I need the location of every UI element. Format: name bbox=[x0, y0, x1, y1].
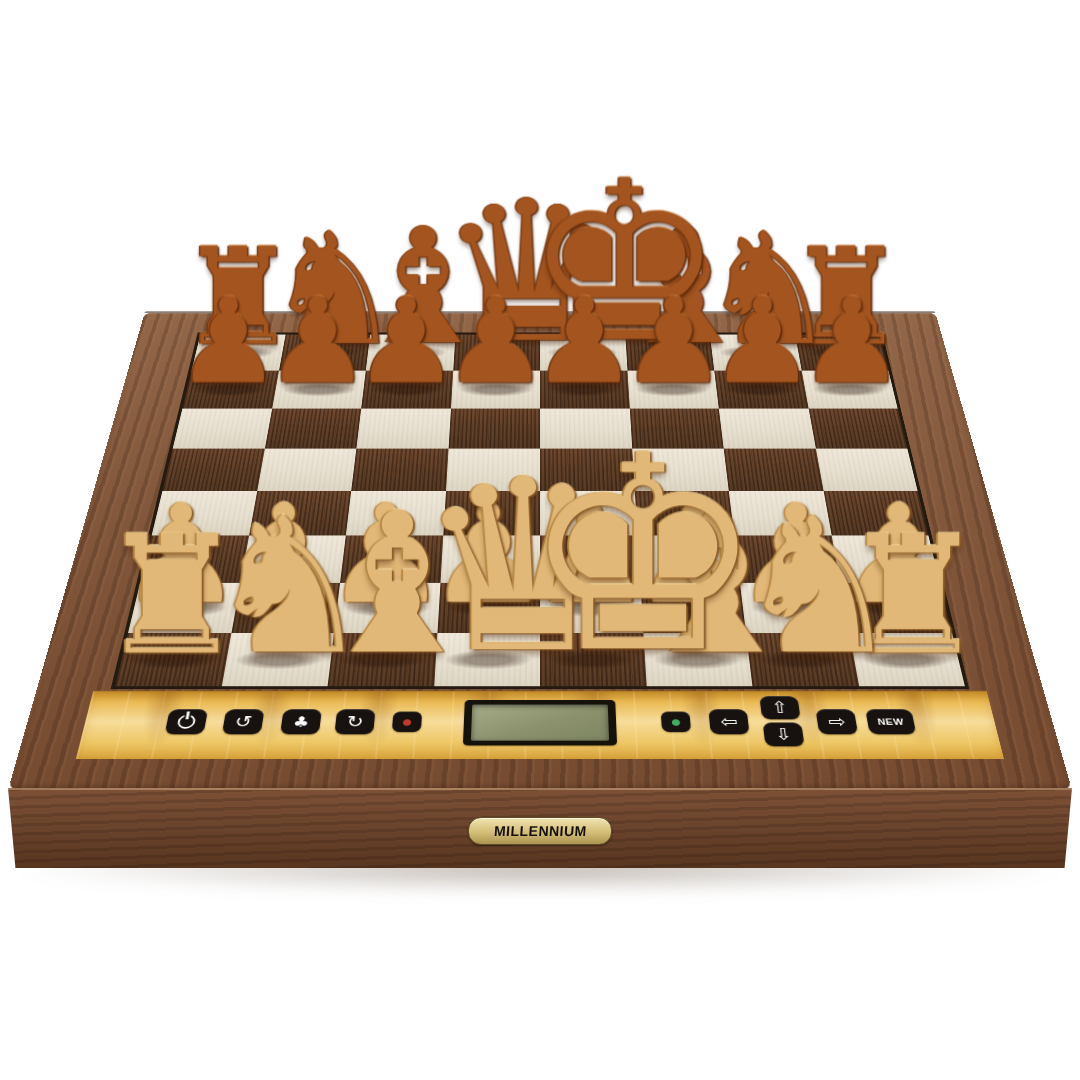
arrow-right-icon: ⇨ bbox=[827, 713, 847, 729]
arrow-left-icon: ⇦ bbox=[719, 713, 738, 729]
record-button[interactable]: ● bbox=[392, 711, 422, 731]
brand-label: MILLENNIUM bbox=[493, 823, 587, 839]
power-button[interactable] bbox=[165, 709, 208, 734]
forward-icon: ↻ bbox=[346, 713, 365, 729]
record-icon: ● bbox=[402, 717, 412, 726]
tree-button[interactable]: ♣ bbox=[280, 709, 322, 734]
white-king-e1[interactable]: ♚ bbox=[522, 420, 664, 690]
ok-icon: ● bbox=[671, 717, 681, 726]
scene: ↺♣↻●●⇦⇧⇩⇨NEW ♜♞♝♛♚♝♞♜♟♟♟♟♟♟♟♟♟♟♟♟♟♟♟♟♜♞♝… bbox=[0, 0, 1080, 1080]
takeback-icon: ↺ bbox=[233, 713, 253, 729]
board-plane: ↺♣↻●●⇦⇧⇩⇨NEW ♜♞♝♛♚♝♞♜♟♟♟♟♟♟♟♟♟♟♟♟♟♟♟♟♜♞♝… bbox=[8, 313, 1072, 790]
forward-button[interactable]: ↻ bbox=[334, 709, 375, 734]
arrow-down-button[interactable]: ⇩ bbox=[763, 722, 805, 746]
control-panel: ↺♣↻●●⇦⇧⇩⇨NEW bbox=[76, 691, 1004, 759]
takeback-button[interactable]: ↺ bbox=[222, 709, 265, 734]
power-icon bbox=[176, 715, 196, 729]
arrow-right-button[interactable]: ⇨ bbox=[815, 709, 858, 734]
lcd-bezel bbox=[463, 700, 617, 746]
arrow-up-button[interactable]: ⇧ bbox=[759, 696, 800, 719]
cabinet-front-face: MILLENNIUM bbox=[8, 788, 1072, 868]
ok-button[interactable]: ● bbox=[661, 711, 691, 731]
arrow-down-icon: ⇩ bbox=[774, 726, 793, 743]
brand-plate: MILLENNIUM bbox=[468, 817, 612, 845]
square-h6[interactable] bbox=[808, 409, 907, 449]
tree-icon: ♣ bbox=[292, 714, 310, 729]
new-button[interactable]: NEW bbox=[865, 709, 916, 734]
black-pawn-h7[interactable]: ♟ bbox=[792, 282, 911, 401]
arrow-left-button[interactable]: ⇦ bbox=[708, 709, 749, 734]
square-a6[interactable] bbox=[173, 409, 272, 449]
square-b6[interactable] bbox=[265, 409, 362, 449]
arrow-up-icon: ⇧ bbox=[770, 700, 789, 716]
lcd-screen bbox=[471, 705, 609, 741]
product-photo: ↺♣↻●●⇦⇧⇩⇨NEW ♜♞♝♛♚♝♞♜♟♟♟♟♟♟♟♟♟♟♟♟♟♟♟♟♜♞♝… bbox=[0, 0, 1080, 1080]
